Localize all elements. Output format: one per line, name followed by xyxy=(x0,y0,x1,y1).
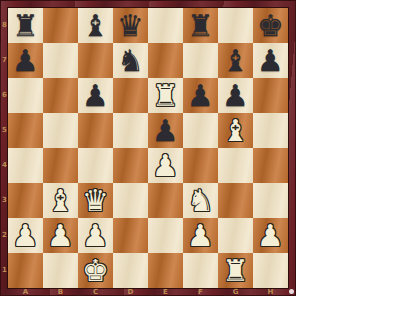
square-d3[interactable] xyxy=(113,183,148,218)
square-c2[interactable]: ♟ xyxy=(78,218,113,253)
piece-black-pawn[interactable]: ♟ xyxy=(148,113,183,148)
square-g4[interactable] xyxy=(218,148,253,183)
rank-label-1: 1 xyxy=(1,253,8,288)
square-a1[interactable] xyxy=(8,253,43,288)
square-a5[interactable] xyxy=(8,113,43,148)
square-h6[interactable] xyxy=(253,78,288,113)
square-a4[interactable] xyxy=(8,148,43,183)
rank-label-2: 2 xyxy=(1,218,8,253)
file-label-d: D xyxy=(113,288,148,296)
square-h4[interactable] xyxy=(253,148,288,183)
square-a3[interactable] xyxy=(8,183,43,218)
piece-black-rook[interactable]: ♜ xyxy=(183,8,218,43)
square-b5[interactable] xyxy=(43,113,78,148)
square-a2[interactable]: ♟ xyxy=(8,218,43,253)
square-e1[interactable] xyxy=(148,253,183,288)
square-c4[interactable] xyxy=(78,148,113,183)
file-label-c: C xyxy=(78,288,113,296)
piece-white-pawn[interactable]: ♟ xyxy=(8,218,43,253)
square-c5[interactable] xyxy=(78,113,113,148)
piece-white-bishop[interactable]: ♝ xyxy=(218,113,253,148)
rank-label-7: 7 xyxy=(1,43,8,78)
piece-white-pawn[interactable]: ♟ xyxy=(148,148,183,183)
square-c8[interactable]: ♝ xyxy=(78,8,113,43)
chess-board: ♜♝♛♜♚♟♞♝♟♟♜♟♟♟♝♟♝♛♞♟♟♟♟♟♚♜ xyxy=(8,8,288,288)
square-g6[interactable]: ♟ xyxy=(218,78,253,113)
square-c6[interactable]: ♟ xyxy=(78,78,113,113)
square-h3[interactable] xyxy=(253,183,288,218)
square-f7[interactable] xyxy=(183,43,218,78)
square-d7[interactable]: ♞ xyxy=(113,43,148,78)
file-label-a: A xyxy=(8,288,43,296)
square-d8[interactable]: ♛ xyxy=(113,8,148,43)
piece-black-bishop[interactable]: ♝ xyxy=(78,8,113,43)
square-h5[interactable] xyxy=(253,113,288,148)
square-e6[interactable]: ♜ xyxy=(148,78,183,113)
piece-black-king[interactable]: ♚ xyxy=(253,8,288,43)
piece-white-rook[interactable]: ♜ xyxy=(148,78,183,113)
square-f4[interactable] xyxy=(183,148,218,183)
piece-black-knight[interactable]: ♞ xyxy=(113,43,148,78)
square-e2[interactable] xyxy=(148,218,183,253)
file-label-h: H xyxy=(253,288,288,296)
square-d2[interactable] xyxy=(113,218,148,253)
file-label-b: B xyxy=(43,288,78,296)
square-e7[interactable] xyxy=(148,43,183,78)
square-g1[interactable]: ♜ xyxy=(218,253,253,288)
piece-white-rook[interactable]: ♜ xyxy=(218,253,253,288)
piece-white-pawn[interactable]: ♟ xyxy=(43,218,78,253)
square-c1[interactable]: ♚ xyxy=(78,253,113,288)
square-d4[interactable] xyxy=(113,148,148,183)
rank-label-3: 3 xyxy=(1,183,8,218)
square-f2[interactable]: ♟ xyxy=(183,218,218,253)
square-b6[interactable] xyxy=(43,78,78,113)
square-c3[interactable]: ♛ xyxy=(78,183,113,218)
square-e5[interactable]: ♟ xyxy=(148,113,183,148)
square-d6[interactable] xyxy=(113,78,148,113)
file-label-e: E xyxy=(148,288,183,296)
square-h2[interactable]: ♟ xyxy=(253,218,288,253)
square-f6[interactable]: ♟ xyxy=(183,78,218,113)
square-g5[interactable]: ♝ xyxy=(218,113,253,148)
square-e4[interactable]: ♟ xyxy=(148,148,183,183)
file-label-f: F xyxy=(183,288,218,296)
rank-label-6: 6 xyxy=(1,78,8,113)
rank-label-5: 5 xyxy=(1,113,8,148)
file-label-g: G xyxy=(218,288,253,296)
square-g2[interactable] xyxy=(218,218,253,253)
square-a8[interactable]: ♜ xyxy=(8,8,43,43)
square-f5[interactable] xyxy=(183,113,218,148)
square-f1[interactable] xyxy=(183,253,218,288)
piece-black-pawn[interactable]: ♟ xyxy=(78,78,113,113)
piece-white-queen[interactable]: ♛ xyxy=(78,183,113,218)
piece-white-knight[interactable]: ♞ xyxy=(183,183,218,218)
white-to-move-dot-icon xyxy=(289,289,294,294)
square-g8[interactable] xyxy=(218,8,253,43)
square-b4[interactable] xyxy=(43,148,78,183)
chess-board-frame: ♜♝♛♜♚♟♞♝♟♟♜♟♟♟♝♟♝♛♞♟♟♟♟♟♚♜ 87654321ABCDE… xyxy=(0,0,296,296)
piece-black-queen[interactable]: ♛ xyxy=(113,8,148,43)
square-f3[interactable]: ♞ xyxy=(183,183,218,218)
square-e8[interactable] xyxy=(148,8,183,43)
rank-label-4: 4 xyxy=(1,148,8,183)
rank-label-8: 8 xyxy=(1,8,8,43)
square-g3[interactable] xyxy=(218,183,253,218)
square-b7[interactable] xyxy=(43,43,78,78)
piece-black-pawn[interactable]: ♟ xyxy=(253,43,288,78)
piece-black-pawn[interactable]: ♟ xyxy=(183,78,218,113)
piece-white-pawn[interactable]: ♟ xyxy=(253,218,288,253)
square-b2[interactable]: ♟ xyxy=(43,218,78,253)
square-b3[interactable]: ♝ xyxy=(43,183,78,218)
square-f8[interactable]: ♜ xyxy=(183,8,218,43)
piece-black-bishop[interactable]: ♝ xyxy=(218,43,253,78)
square-b1[interactable] xyxy=(43,253,78,288)
square-b8[interactable] xyxy=(43,8,78,43)
piece-white-pawn[interactable]: ♟ xyxy=(78,218,113,253)
piece-white-pawn[interactable]: ♟ xyxy=(183,218,218,253)
square-a7[interactable]: ♟ xyxy=(8,43,43,78)
square-g7[interactable]: ♝ xyxy=(218,43,253,78)
square-d1[interactable] xyxy=(113,253,148,288)
piece-black-pawn[interactable]: ♟ xyxy=(218,78,253,113)
piece-white-bishop[interactable]: ♝ xyxy=(43,183,78,218)
square-c7[interactable] xyxy=(78,43,113,78)
page: { "game": "chess", "position": { "fen": … xyxy=(0,0,414,311)
square-e3[interactable] xyxy=(148,183,183,218)
square-h1[interactable] xyxy=(253,253,288,288)
piece-white-king[interactable]: ♚ xyxy=(78,253,113,288)
square-a6[interactable] xyxy=(8,78,43,113)
square-d5[interactable] xyxy=(113,113,148,148)
piece-black-pawn[interactable]: ♟ xyxy=(8,43,43,78)
square-h8[interactable]: ♚ xyxy=(253,8,288,43)
square-h7[interactable]: ♟ xyxy=(253,43,288,78)
piece-black-rook[interactable]: ♜ xyxy=(8,8,43,43)
